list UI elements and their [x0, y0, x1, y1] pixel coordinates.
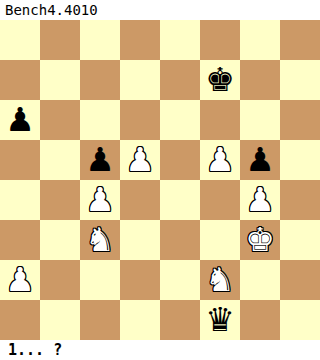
square-g1[interactable]: [240, 300, 280, 340]
square-f7[interactable]: ♚: [200, 60, 240, 100]
square-g2[interactable]: [240, 260, 280, 300]
square-e2[interactable]: [160, 260, 200, 300]
square-d3[interactable]: [120, 220, 160, 260]
square-h5[interactable]: [280, 140, 320, 180]
square-b3[interactable]: [40, 220, 80, 260]
square-c7[interactable]: [80, 60, 120, 100]
square-h7[interactable]: [280, 60, 320, 100]
square-h4[interactable]: [280, 180, 320, 220]
square-e3[interactable]: [160, 220, 200, 260]
square-f4[interactable]: [200, 180, 240, 220]
square-c6[interactable]: [80, 100, 120, 140]
square-d5[interactable]: ♟: [120, 140, 160, 180]
square-c4[interactable]: ♟: [80, 180, 120, 220]
square-g7[interactable]: [240, 60, 280, 100]
piece-black-queen-f1[interactable]: ♛: [205, 300, 235, 340]
square-g4[interactable]: ♟: [240, 180, 280, 220]
piece-white-knight-c3[interactable]: ♞: [85, 220, 115, 260]
move-prompt: 1... ?: [0, 341, 62, 359]
square-c8[interactable]: [80, 20, 120, 60]
piece-white-knight-f2[interactable]: ♞: [205, 260, 235, 300]
piece-white-pawn-f5[interactable]: ♟: [205, 140, 235, 180]
square-a2[interactable]: ♟: [0, 260, 40, 300]
square-h8[interactable]: [280, 20, 320, 60]
piece-white-king-g3[interactable]: ♚: [245, 220, 275, 260]
square-f2[interactable]: ♞: [200, 260, 240, 300]
square-g8[interactable]: [240, 20, 280, 60]
square-a4[interactable]: [0, 180, 40, 220]
square-f1[interactable]: ♛: [200, 300, 240, 340]
square-h1[interactable]: [280, 300, 320, 340]
square-e4[interactable]: [160, 180, 200, 220]
square-b8[interactable]: [40, 20, 80, 60]
square-f3[interactable]: [200, 220, 240, 260]
square-b2[interactable]: [40, 260, 80, 300]
title-bar: Bench4.4010: [0, 0, 320, 20]
square-a8[interactable]: [0, 20, 40, 60]
square-b4[interactable]: [40, 180, 80, 220]
square-h6[interactable]: [280, 100, 320, 140]
piece-white-pawn-g4[interactable]: ♟: [245, 180, 275, 220]
square-e8[interactable]: [160, 20, 200, 60]
piece-black-pawn-g5[interactable]: ♟: [245, 140, 275, 180]
square-c2[interactable]: [80, 260, 120, 300]
chess-board: ♚♟♟♟♟♟♟♟♞♚♟♞♛: [0, 20, 320, 340]
square-c5[interactable]: ♟: [80, 140, 120, 180]
square-h2[interactable]: [280, 260, 320, 300]
piece-black-pawn-a6[interactable]: ♟: [5, 100, 35, 140]
page-title: Bench4.4010: [0, 0, 98, 20]
square-h3[interactable]: [280, 220, 320, 260]
square-b5[interactable]: [40, 140, 80, 180]
square-d7[interactable]: [120, 60, 160, 100]
square-a3[interactable]: [0, 220, 40, 260]
square-f6[interactable]: [200, 100, 240, 140]
square-f5[interactable]: ♟: [200, 140, 240, 180]
square-b7[interactable]: [40, 60, 80, 100]
square-d6[interactable]: [120, 100, 160, 140]
square-e5[interactable]: [160, 140, 200, 180]
square-d1[interactable]: [120, 300, 160, 340]
square-c3[interactable]: ♞: [80, 220, 120, 260]
square-g3[interactable]: ♚: [240, 220, 280, 260]
square-g6[interactable]: [240, 100, 280, 140]
square-a1[interactable]: [0, 300, 40, 340]
square-g5[interactable]: ♟: [240, 140, 280, 180]
piece-black-king-f7[interactable]: ♚: [205, 60, 235, 100]
square-d8[interactable]: [120, 20, 160, 60]
square-e1[interactable]: [160, 300, 200, 340]
square-a6[interactable]: ♟: [0, 100, 40, 140]
square-a5[interactable]: [0, 140, 40, 180]
piece-white-pawn-c4[interactable]: ♟: [85, 180, 115, 220]
piece-black-pawn-c5[interactable]: ♟: [85, 140, 115, 180]
piece-white-pawn-a2[interactable]: ♟: [5, 260, 35, 300]
square-e7[interactable]: [160, 60, 200, 100]
piece-white-pawn-d5[interactable]: ♟: [125, 140, 155, 180]
prompt-bar: 1... ?: [0, 340, 320, 360]
square-b1[interactable]: [40, 300, 80, 340]
square-e6[interactable]: [160, 100, 200, 140]
square-d4[interactable]: [120, 180, 160, 220]
square-b6[interactable]: [40, 100, 80, 140]
square-f8[interactable]: [200, 20, 240, 60]
square-a7[interactable]: [0, 60, 40, 100]
square-d2[interactable]: [120, 260, 160, 300]
square-c1[interactable]: [80, 300, 120, 340]
chess-app-window: Bench4.4010 ♚♟♟♟♟♟♟♟♞♚♟♞♛ 1... ?: [0, 0, 320, 360]
